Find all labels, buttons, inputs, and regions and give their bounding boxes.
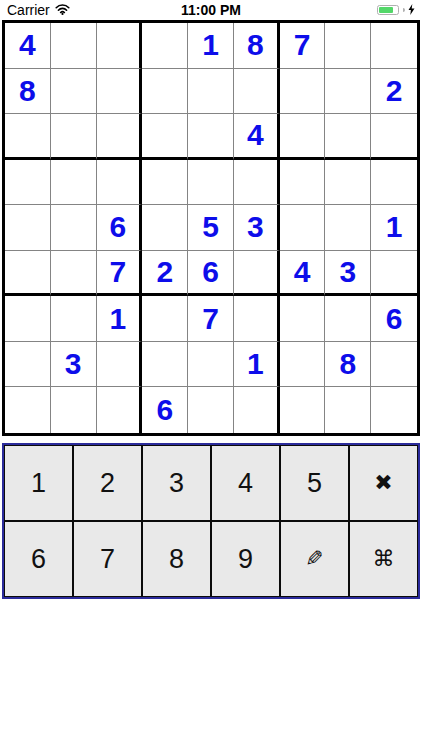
- cell-r9c9[interactable]: [371, 387, 417, 433]
- cell-r8c2[interactable]: 3: [51, 342, 97, 388]
- cell-r6c7[interactable]: 4: [280, 251, 326, 297]
- battery-icon: [377, 5, 399, 15]
- cell-r3c1[interactable]: [5, 114, 51, 160]
- key-label: 5: [307, 468, 322, 499]
- cell-r9c1[interactable]: [5, 387, 51, 433]
- cell-r5c3[interactable]: 6: [97, 205, 143, 251]
- cell-r2c4[interactable]: [142, 69, 188, 115]
- cell-r5c1[interactable]: [5, 205, 51, 251]
- battery-nub: [403, 8, 405, 12]
- cell-r5c4[interactable]: [142, 205, 188, 251]
- cell-r4c3[interactable]: [97, 160, 143, 206]
- cell-r1c9[interactable]: [371, 23, 417, 69]
- key-label: 9: [238, 544, 253, 575]
- cell-r4c5[interactable]: [188, 160, 234, 206]
- cell-r2c3[interactable]: [97, 69, 143, 115]
- keypad-7-button[interactable]: 7: [73, 521, 142, 597]
- cell-r4c6[interactable]: [234, 160, 280, 206]
- keypad-9-button[interactable]: 9: [211, 521, 280, 597]
- clear-x-icon: ✖: [374, 470, 392, 496]
- cell-r2c7[interactable]: [280, 69, 326, 115]
- key-label: 6: [31, 544, 46, 575]
- cell-r4c9[interactable]: [371, 160, 417, 206]
- sudoku-board: 41878246531726431763186: [2, 20, 420, 436]
- cell-r5c7[interactable]: [280, 205, 326, 251]
- keypad: 12345✖6789✎⌘: [2, 443, 420, 599]
- cell-r4c4[interactable]: [142, 160, 188, 206]
- cell-r9c8[interactable]: [325, 387, 371, 433]
- keypad-pencil-button[interactable]: ✎: [280, 521, 349, 597]
- cell-r7c6[interactable]: [234, 296, 280, 342]
- cell-r6c8[interactable]: 3: [325, 251, 371, 297]
- cell-r8c6[interactable]: 1: [234, 342, 280, 388]
- cell-r1c3[interactable]: [97, 23, 143, 69]
- cell-r9c7[interactable]: [280, 387, 326, 433]
- cell-r1c8[interactable]: [325, 23, 371, 69]
- key-label: 1: [31, 468, 46, 499]
- pencil-icon: ✎: [305, 546, 323, 572]
- key-label: 8: [169, 544, 184, 575]
- cell-r3c4[interactable]: [142, 114, 188, 160]
- cell-r8c1[interactable]: [5, 342, 51, 388]
- cell-r8c4[interactable]: [142, 342, 188, 388]
- key-label: 3: [169, 468, 184, 499]
- cell-r4c2[interactable]: [51, 160, 97, 206]
- keypad-2-button[interactable]: 2: [73, 445, 142, 521]
- cell-r3c9[interactable]: [371, 114, 417, 160]
- cell-r6c4[interactable]: 2: [142, 251, 188, 297]
- cell-r1c7[interactable]: 7: [280, 23, 326, 69]
- keypad-3-button[interactable]: 3: [142, 445, 211, 521]
- cell-r2c9[interactable]: 2: [371, 69, 417, 115]
- key-label: 2: [100, 468, 115, 499]
- status-bar: Carrier 11:00 PM: [0, 0, 422, 20]
- cell-r9c4[interactable]: 6: [142, 387, 188, 433]
- cell-r8c5[interactable]: [188, 342, 234, 388]
- cell-r3c6[interactable]: 4: [234, 114, 280, 160]
- keypad-6-button[interactable]: 6: [4, 521, 73, 597]
- cell-r9c6[interactable]: [234, 387, 280, 433]
- cell-r8c7[interactable]: [280, 342, 326, 388]
- cell-r7c8[interactable]: [325, 296, 371, 342]
- cell-r7c9[interactable]: 6: [371, 296, 417, 342]
- cell-r4c8[interactable]: [325, 160, 371, 206]
- cell-r6c2[interactable]: [51, 251, 97, 297]
- keypad-1-button[interactable]: 1: [4, 445, 73, 521]
- cell-r2c1[interactable]: 8: [5, 69, 51, 115]
- cell-r4c1[interactable]: [5, 160, 51, 206]
- cell-r4c7[interactable]: [280, 160, 326, 206]
- carrier-label: Carrier: [7, 2, 50, 18]
- cell-r2c5[interactable]: [188, 69, 234, 115]
- cell-r9c5[interactable]: [188, 387, 234, 433]
- cell-r7c5[interactable]: 7: [188, 296, 234, 342]
- key-label: 4: [238, 468, 253, 499]
- cell-r8c3[interactable]: [97, 342, 143, 388]
- cell-r1c5[interactable]: 1: [188, 23, 234, 69]
- cell-r5c9[interactable]: 1: [371, 205, 417, 251]
- cell-r3c7[interactable]: [280, 114, 326, 160]
- cell-r9c3[interactable]: [97, 387, 143, 433]
- cell-r7c3[interactable]: 1: [97, 296, 143, 342]
- key-label: 7: [100, 544, 115, 575]
- cell-r7c7[interactable]: [280, 296, 326, 342]
- keypad-4-button[interactable]: 4: [211, 445, 280, 521]
- cell-r8c9[interactable]: [371, 342, 417, 388]
- cell-r2c2[interactable]: [51, 69, 97, 115]
- cell-r2c6[interactable]: [234, 69, 280, 115]
- cell-r1c2[interactable]: [51, 23, 97, 69]
- cell-r6c5[interactable]: 6: [188, 251, 234, 297]
- cell-r6c6[interactable]: [234, 251, 280, 297]
- cell-r9c2[interactable]: [51, 387, 97, 433]
- cell-r7c4[interactable]: [142, 296, 188, 342]
- cell-r1c1[interactable]: 4: [5, 23, 51, 69]
- cell-r5c2[interactable]: [51, 205, 97, 251]
- keypad-command-button[interactable]: ⌘: [349, 521, 418, 597]
- wifi-icon: [55, 2, 70, 18]
- cell-r8c8[interactable]: 8: [325, 342, 371, 388]
- keypad-clear-button[interactable]: ✖: [349, 445, 418, 521]
- cell-r5c6[interactable]: 3: [234, 205, 280, 251]
- cell-r3c8[interactable]: [325, 114, 371, 160]
- cell-r1c4[interactable]: [142, 23, 188, 69]
- cell-r3c2[interactable]: [51, 114, 97, 160]
- cell-r5c8[interactable]: [325, 205, 371, 251]
- command-icon: ⌘: [373, 546, 395, 572]
- keypad-5-button[interactable]: 5: [280, 445, 349, 521]
- cell-r2c8[interactable]: [325, 69, 371, 115]
- cell-r6c9[interactable]: [371, 251, 417, 297]
- cell-r3c3[interactable]: [97, 114, 143, 160]
- cell-r3c5[interactable]: [188, 114, 234, 160]
- charging-lightning-icon: [408, 2, 415, 18]
- cell-r6c3[interactable]: 7: [97, 251, 143, 297]
- cell-r6c1[interactable]: [5, 251, 51, 297]
- cell-r1c6[interactable]: 8: [234, 23, 280, 69]
- cell-r7c1[interactable]: [5, 296, 51, 342]
- cell-r7c2[interactable]: [51, 296, 97, 342]
- cell-r5c5[interactable]: 5: [188, 205, 234, 251]
- keypad-8-button[interactable]: 8: [142, 521, 211, 597]
